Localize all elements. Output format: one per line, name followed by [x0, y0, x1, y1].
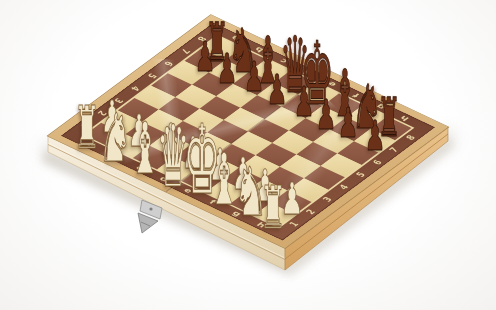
chess-set-photo: aabbccddeeffgghh1122334455667788 ♜♞♝♛♚♝♞… [0, 0, 496, 310]
